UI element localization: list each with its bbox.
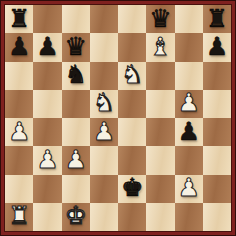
piece-white-pawn[interactable]: ♟: [177, 175, 199, 200]
square-c2[interactable]: [62, 175, 90, 203]
square-g8[interactable]: [175, 5, 203, 33]
square-e6[interactable]: ♞: [118, 62, 146, 90]
square-c7[interactable]: ♛: [62, 33, 90, 61]
square-d4[interactable]: ♟: [90, 118, 118, 146]
piece-black-pawn[interactable]: ♟: [36, 34, 58, 59]
square-b6[interactable]: [33, 62, 61, 90]
square-a1[interactable]: ♜: [5, 203, 33, 231]
square-b4[interactable]: [33, 118, 61, 146]
square-g2[interactable]: ♟: [175, 175, 203, 203]
square-f4[interactable]: [146, 118, 174, 146]
piece-white-pawn[interactable]: ♟: [36, 147, 58, 172]
square-e3[interactable]: [118, 146, 146, 174]
square-a4[interactable]: ♟: [5, 118, 33, 146]
square-d8[interactable]: [90, 5, 118, 33]
square-b7[interactable]: ♟: [33, 33, 61, 61]
square-h5[interactable]: [203, 90, 231, 118]
square-f8[interactable]: ♛: [146, 5, 174, 33]
square-e5[interactable]: [118, 90, 146, 118]
square-c8[interactable]: [62, 5, 90, 33]
square-h2[interactable]: [203, 175, 231, 203]
square-c5[interactable]: [62, 90, 90, 118]
square-e8[interactable]: [118, 5, 146, 33]
piece-white-pawn[interactable]: ♟: [93, 119, 115, 144]
square-c3[interactable]: ♟: [62, 146, 90, 174]
square-g6[interactable]: [175, 62, 203, 90]
piece-white-pawn[interactable]: ♟: [64, 147, 86, 172]
piece-white-rook[interactable]: ♜: [8, 203, 30, 228]
square-h8[interactable]: ♜: [203, 5, 231, 33]
square-d2[interactable]: [90, 175, 118, 203]
piece-white-knight[interactable]: ♞: [93, 90, 115, 115]
square-c6[interactable]: ♞: [62, 62, 90, 90]
piece-black-rook[interactable]: ♜: [8, 6, 30, 31]
square-h1[interactable]: [203, 203, 231, 231]
square-c4[interactable]: [62, 118, 90, 146]
chess-board: ♜♛♜♟♟♛♝♟♞♞♞♟♟♟♟♟♟♚♟♜♚: [5, 5, 231, 231]
square-d6[interactable]: [90, 62, 118, 90]
square-b8[interactable]: [33, 5, 61, 33]
piece-black-king[interactable]: ♚: [121, 175, 143, 200]
piece-black-queen[interactable]: ♛: [149, 6, 171, 31]
board-frame: ♜♛♜♟♟♛♝♟♞♞♞♟♟♟♟♟♟♚♟♜♚: [0, 0, 236, 236]
square-e7[interactable]: [118, 33, 146, 61]
square-d5[interactable]: ♞: [90, 90, 118, 118]
square-b2[interactable]: [33, 175, 61, 203]
square-d1[interactable]: [90, 203, 118, 231]
piece-white-king[interactable]: ♚: [64, 203, 86, 228]
piece-white-knight[interactable]: ♞: [121, 62, 143, 87]
piece-black-pawn[interactable]: ♟: [206, 34, 228, 59]
piece-white-pawn[interactable]: ♟: [177, 90, 199, 115]
square-f5[interactable]: [146, 90, 174, 118]
square-h7[interactable]: ♟: [203, 33, 231, 61]
square-h4[interactable]: [203, 118, 231, 146]
square-a2[interactable]: [5, 175, 33, 203]
square-f2[interactable]: [146, 175, 174, 203]
square-g5[interactable]: ♟: [175, 90, 203, 118]
piece-white-pawn[interactable]: ♟: [8, 119, 30, 144]
piece-white-bishop[interactable]: ♝: [149, 34, 171, 59]
square-h6[interactable]: [203, 62, 231, 90]
square-g1[interactable]: [175, 203, 203, 231]
piece-black-pawn[interactable]: ♟: [8, 34, 30, 59]
square-c1[interactable]: ♚: [62, 203, 90, 231]
square-h3[interactable]: [203, 146, 231, 174]
piece-black-rook[interactable]: ♜: [206, 6, 228, 31]
square-f7[interactable]: ♝: [146, 33, 174, 61]
square-g7[interactable]: [175, 33, 203, 61]
square-f3[interactable]: [146, 146, 174, 174]
square-g4[interactable]: ♟: [175, 118, 203, 146]
square-b5[interactable]: [33, 90, 61, 118]
square-g3[interactable]: [175, 146, 203, 174]
piece-black-knight[interactable]: ♞: [64, 62, 86, 87]
piece-black-queen[interactable]: ♛: [64, 34, 86, 59]
square-b1[interactable]: [33, 203, 61, 231]
square-e1[interactable]: [118, 203, 146, 231]
square-d3[interactable]: [90, 146, 118, 174]
piece-black-pawn[interactable]: ♟: [177, 119, 199, 144]
square-a6[interactable]: [5, 62, 33, 90]
square-d7[interactable]: [90, 33, 118, 61]
square-f6[interactable]: [146, 62, 174, 90]
square-b3[interactable]: ♟: [33, 146, 61, 174]
square-e4[interactable]: [118, 118, 146, 146]
square-a8[interactable]: ♜: [5, 5, 33, 33]
square-f1[interactable]: [146, 203, 174, 231]
square-a5[interactable]: [5, 90, 33, 118]
square-a3[interactable]: [5, 146, 33, 174]
square-e2[interactable]: ♚: [118, 175, 146, 203]
square-a7[interactable]: ♟: [5, 33, 33, 61]
